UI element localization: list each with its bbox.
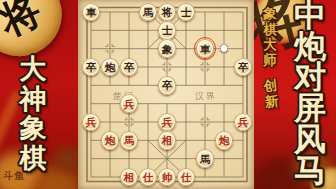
piece-char: 馬	[124, 135, 135, 145]
piece-char: 兵	[238, 117, 249, 127]
piece-black-士[interactable]: 士	[158, 21, 177, 40]
piece-char: 兵	[86, 117, 97, 127]
piece-black-馬[interactable]: 馬	[196, 149, 215, 168]
piece-char: 卒	[124, 62, 135, 72]
douyu-watermark: 斗鱼	[3, 169, 25, 183]
piece-black-象[interactable]: 象	[158, 39, 177, 58]
piece-char: 卒	[238, 62, 249, 72]
piece-black-車[interactable]: 車	[196, 39, 215, 58]
corner-piece-char: 将	[0, 0, 49, 48]
title-char: 象	[20, 113, 47, 143]
piece-char: 士	[162, 25, 173, 35]
piece-char: 将	[162, 7, 173, 17]
piece-char: 卒	[162, 80, 173, 90]
piece-char: 炮	[219, 135, 230, 145]
piece-red-相[interactable]: 相	[158, 131, 177, 150]
piece-black-卒[interactable]: 卒	[158, 76, 177, 95]
piece-char: 帅	[162, 172, 173, 182]
piece-red-兵[interactable]: 兵	[120, 94, 139, 113]
piece-char: 仕	[181, 172, 192, 182]
subtitle-char: 师	[263, 53, 277, 69]
piece-char: 炮	[105, 62, 116, 72]
left-banner: 将 大 神 象 棋 斗鱼	[0, 0, 78, 189]
piece-red-馬[interactable]: 馬	[120, 131, 139, 150]
subtitle-char: 棋	[263, 22, 277, 38]
piece-char: 卒	[86, 62, 97, 72]
title-char: 棋	[20, 143, 47, 173]
subtitle-innovation: 创 新	[259, 77, 282, 110]
subtitle-char: 大	[263, 37, 277, 53]
title-char: 马	[294, 155, 326, 186]
subtitle-char: 新	[264, 93, 279, 110]
channel-title: 大 神 象 棋	[8, 54, 58, 172]
piece-char: 馬	[143, 7, 154, 17]
piece-char: 兵	[124, 99, 135, 109]
subtitle-master: 象 棋 大 师	[260, 6, 280, 68]
piece-char: 相	[124, 172, 135, 182]
thumbnail: 将 大 神 象 棋 斗鱼 楚河 汉界 車馬将士士象車卒炮卒卒卒馬兵兵兵兵炮馬相炮…	[0, 0, 336, 189]
piece-char: 相	[162, 135, 173, 145]
episode-title: 中 炮 对 屏 风 马	[284, 0, 336, 186]
xiangqi-board[interactable]: 楚河 汉界 車馬将士士象車卒炮卒卒卒馬兵兵兵兵炮馬相炮相仕帅仕	[78, 0, 254, 189]
title-char: 大	[20, 54, 47, 84]
piece-char: 仕	[143, 172, 154, 182]
river-label-right: 汉界	[186, 90, 226, 103]
piece-char: 馬	[200, 154, 211, 164]
piece-char: 車	[200, 44, 211, 54]
piece-red-炮[interactable]: 炮	[101, 131, 120, 150]
piece-char: 車	[86, 7, 97, 17]
subtitle-char: 象	[263, 6, 277, 22]
move-from-dot	[221, 45, 228, 52]
right-banner: 将 象 棋 大 师 创 新 中 炮 对 屏 风 马	[254, 0, 336, 189]
piece-red-炮[interactable]: 炮	[215, 131, 234, 150]
piece-char: 士	[181, 7, 192, 17]
title-char: 神	[20, 84, 47, 114]
piece-char: 象	[162, 44, 173, 54]
piece-char: 炮	[105, 135, 116, 145]
piece-char: 兵	[162, 117, 173, 127]
